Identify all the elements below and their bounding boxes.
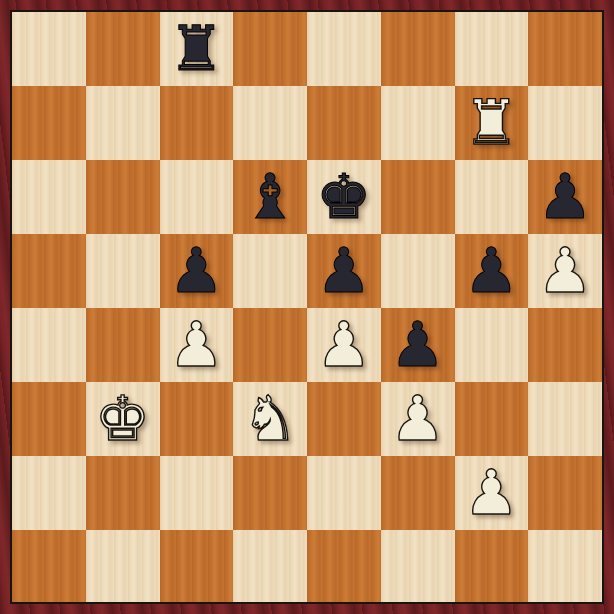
square-c3[interactable] [160,382,234,456]
square-d4[interactable] [233,308,307,382]
square-a8[interactable] [12,12,86,86]
black-rook-c8[interactable]: ♜ [169,12,225,86]
square-e7[interactable] [307,86,381,160]
square-c5[interactable]: ♟ [160,234,234,308]
square-g7[interactable]: ♜ [455,86,529,160]
square-h6[interactable]: ♟ [528,160,602,234]
square-d2[interactable] [233,456,307,530]
square-e2[interactable] [307,456,381,530]
square-a4[interactable] [12,308,86,382]
square-b4[interactable] [86,308,160,382]
black-king-e6[interactable]: ♚ [316,160,372,234]
square-d1[interactable] [233,530,307,602]
square-b6[interactable] [86,160,160,234]
square-f7[interactable] [381,86,455,160]
square-g2[interactable]: ♟ [455,456,529,530]
square-g1[interactable] [455,530,529,602]
square-b7[interactable] [86,86,160,160]
square-h2[interactable] [528,456,602,530]
white-knight-d3[interactable]: ♞ [242,382,298,456]
square-b8[interactable] [86,12,160,86]
square-b2[interactable] [86,456,160,530]
square-a7[interactable] [12,86,86,160]
white-pawn-c4[interactable]: ♟ [169,308,225,382]
square-g8[interactable] [455,12,529,86]
black-pawn-g5[interactable]: ♟ [464,234,520,308]
chess-board: ♜♜♝♚♟♟♟♟♟♟♟♟♚♞♟♟ [10,10,604,604]
square-h4[interactable] [528,308,602,382]
square-c6[interactable] [160,160,234,234]
board-frame: ♜♜♝♚♟♟♟♟♟♟♟♟♚♞♟♟ [0,0,614,614]
white-king-b3[interactable]: ♚ [95,382,151,456]
square-h1[interactable] [528,530,602,602]
white-pawn-h5[interactable]: ♟ [537,234,593,308]
square-e5[interactable]: ♟ [307,234,381,308]
square-d3[interactable]: ♞ [233,382,307,456]
white-rook-g7[interactable]: ♜ [464,86,520,160]
white-pawn-g2[interactable]: ♟ [464,456,520,530]
square-c8[interactable]: ♜ [160,12,234,86]
square-a3[interactable] [12,382,86,456]
square-a1[interactable] [12,530,86,602]
square-h7[interactable] [528,86,602,160]
square-e4[interactable]: ♟ [307,308,381,382]
square-f5[interactable] [381,234,455,308]
white-pawn-f3[interactable]: ♟ [390,382,446,456]
square-c2[interactable] [160,456,234,530]
square-d6[interactable]: ♝ [233,160,307,234]
square-e1[interactable] [307,530,381,602]
square-h8[interactable] [528,12,602,86]
square-f2[interactable] [381,456,455,530]
square-c1[interactable] [160,530,234,602]
square-b5[interactable] [86,234,160,308]
square-f4[interactable]: ♟ [381,308,455,382]
square-c4[interactable]: ♟ [160,308,234,382]
square-f3[interactable]: ♟ [381,382,455,456]
black-pawn-f4[interactable]: ♟ [390,308,446,382]
square-h5[interactable]: ♟ [528,234,602,308]
square-a6[interactable] [12,160,86,234]
square-b3[interactable]: ♚ [86,382,160,456]
square-g4[interactable] [455,308,529,382]
square-g3[interactable] [455,382,529,456]
square-b1[interactable] [86,530,160,602]
white-pawn-e4[interactable]: ♟ [316,308,372,382]
square-h3[interactable] [528,382,602,456]
square-e8[interactable] [307,12,381,86]
square-g5[interactable]: ♟ [455,234,529,308]
square-e3[interactable] [307,382,381,456]
black-pawn-h6[interactable]: ♟ [537,160,593,234]
black-bishop-d6[interactable]: ♝ [242,160,298,234]
square-e6[interactable]: ♚ [307,160,381,234]
square-f1[interactable] [381,530,455,602]
square-f8[interactable] [381,12,455,86]
square-a5[interactable] [12,234,86,308]
square-f6[interactable] [381,160,455,234]
black-pawn-c5[interactable]: ♟ [169,234,225,308]
square-d8[interactable] [233,12,307,86]
square-c7[interactable] [160,86,234,160]
square-g6[interactable] [455,160,529,234]
square-d5[interactable] [233,234,307,308]
black-pawn-e5[interactable]: ♟ [316,234,372,308]
square-a2[interactable] [12,456,86,530]
square-d7[interactable] [233,86,307,160]
